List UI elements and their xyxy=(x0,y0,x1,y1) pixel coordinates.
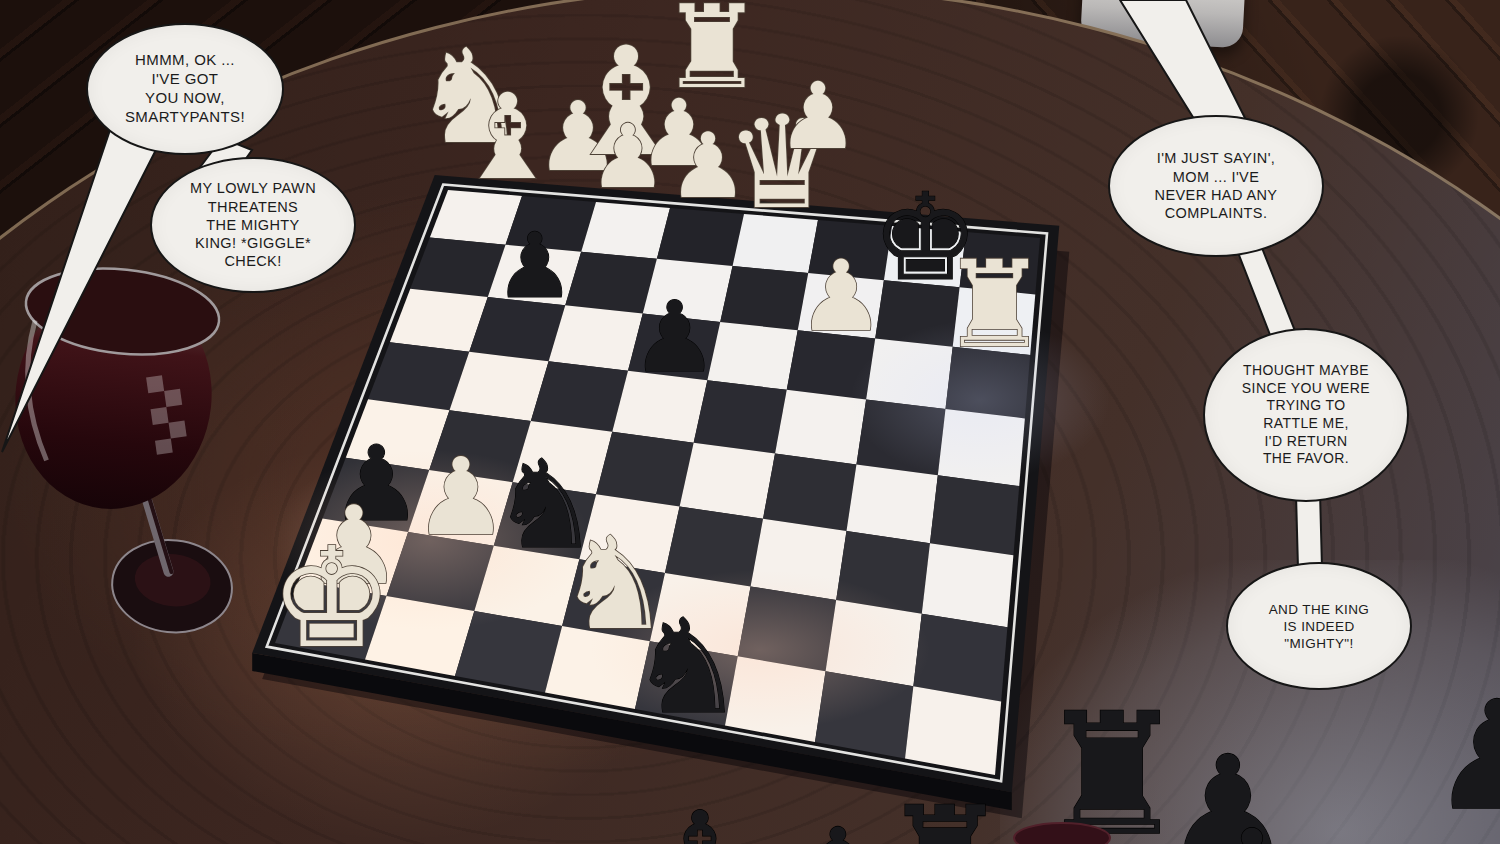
speech-text-3: I'M JUST SAYIN', MOM ... I'VE NEVER HAD … xyxy=(1155,149,1278,222)
speech-text-1: HMMM, OK ... I'VE GOT YOU NOW, SMARTYPAN… xyxy=(125,51,245,127)
square-e7 xyxy=(720,266,808,330)
white-king-a1: ♚ xyxy=(269,518,393,679)
speech-text-2: MY LOWLY PAWN THREATENS THE MIGHTY KING!… xyxy=(190,179,316,270)
white-rook-h7: ♜ xyxy=(941,235,1049,374)
speech-bubble-3: I'M JUST SAYIN', MOM ... I'VE NEVER HAD … xyxy=(1108,115,1324,257)
captured-black-pawn: ♟ xyxy=(794,807,882,844)
captured-black-bishop: ♝ xyxy=(654,789,745,844)
bubble-4-5-connector xyxy=(1296,492,1322,568)
bubble-3-4-connector xyxy=(1237,248,1297,340)
speech-bubble-5: AND THE KING IS INDEED "MIGHTY"! xyxy=(1226,562,1412,690)
speech-bubble-4: THOUGHT MAYBE SINCE YOU WERE TRYING TO R… xyxy=(1203,328,1409,502)
speech-text-5: AND THE KING IS INDEED "MIGHTY"! xyxy=(1269,601,1370,652)
square-d4 xyxy=(596,432,694,507)
captured-white-pawn: ♟ xyxy=(777,63,859,170)
black-pawn-b7: ♟ xyxy=(495,213,576,318)
speech-text-4: THOUGHT MAYBE SINCE YOU WERE TRYING TO R… xyxy=(1242,362,1370,468)
black-pawn-d6: ♟ xyxy=(631,280,719,394)
captured-black-rook: ♜ xyxy=(881,776,1008,844)
square-f4 xyxy=(763,454,856,531)
captured-black-pawn: ♟ xyxy=(1430,669,1500,843)
square-e6 xyxy=(707,322,797,390)
speech-bubble-1: HMMM, OK ... I'VE GOT YOU NOW, SMARTYPAN… xyxy=(86,23,284,155)
square-e4 xyxy=(680,443,775,519)
square-g4 xyxy=(846,464,937,543)
square-h3 xyxy=(922,543,1014,627)
speech-bubble-2: MY LOWLY PAWN THREATENS THE MIGHTY KING!… xyxy=(150,157,356,293)
square-c8 xyxy=(581,202,670,259)
square-h4 xyxy=(930,475,1019,555)
comic-panel: ♚♜♟♟♟♟♟♞♟♞♚♞ ♞♝♟♝♟♟♜♟♛♟♝♟♜♜♟♟♟ HM xyxy=(0,0,1500,844)
black-knight-e1: ♞ xyxy=(629,591,746,743)
wine-glass xyxy=(0,259,264,638)
white-pawn-f7: ♟ xyxy=(797,239,885,353)
bubble-3-tail xyxy=(1120,0,1246,122)
captured-black-pawn: ♟ xyxy=(1193,801,1311,844)
